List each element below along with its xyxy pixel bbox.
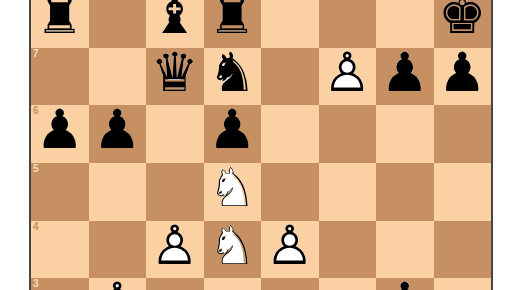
black-pawn[interactable]: ♙♟ xyxy=(31,101,89,159)
black-king[interactable]: ♔♚ xyxy=(434,0,492,44)
square-b6[interactable]: ♙♟ xyxy=(89,105,147,163)
square-g6[interactable] xyxy=(376,105,434,163)
square-b3[interactable]: ♟♙ xyxy=(89,278,147,290)
white-knight[interactable]: ♞♘ xyxy=(204,159,262,217)
piece-outline-layer: ♘ xyxy=(208,161,256,215)
piece-outline-layer: ♚ xyxy=(438,0,486,42)
square-d7[interactable]: ♘♞ xyxy=(204,48,262,106)
square-a5[interactable]: 5 xyxy=(31,163,89,221)
piece-outline-layer: ♟ xyxy=(381,46,429,100)
square-h5[interactable] xyxy=(434,163,492,221)
square-b4[interactable] xyxy=(89,221,147,279)
square-b7[interactable] xyxy=(89,48,147,106)
square-f5[interactable] xyxy=(319,163,377,221)
rank-label-7: 7 xyxy=(33,49,39,59)
square-g7[interactable]: ♙♟ xyxy=(376,48,434,106)
square-d4[interactable]: ♞♘ xyxy=(204,221,262,279)
square-c3[interactable] xyxy=(146,278,204,290)
piece-outline-layer: ♟ xyxy=(381,276,429,290)
black-pawn[interactable]: ♙♟ xyxy=(89,101,147,159)
square-g3[interactable]: ♙♟ xyxy=(376,278,434,290)
piece-outline-layer: ♛ xyxy=(151,46,199,100)
black-knight[interactable]: ♘♞ xyxy=(204,44,262,102)
piece-outline-layer: ♝ xyxy=(151,0,199,42)
square-h4[interactable] xyxy=(434,221,492,279)
square-b5[interactable] xyxy=(89,163,147,221)
black-rook[interactable]: ♖♜ xyxy=(204,0,262,44)
piece-outline-layer: ♟ xyxy=(36,103,84,157)
square-a7[interactable]: 7 xyxy=(31,48,89,106)
white-pawn[interactable]: ♟♙ xyxy=(319,44,377,102)
square-a4[interactable]: 4 xyxy=(31,221,89,279)
square-c6[interactable] xyxy=(146,105,204,163)
piece-outline-layer: ♜ xyxy=(208,0,256,42)
square-g4[interactable] xyxy=(376,221,434,279)
square-c4[interactable]: ♟♙ xyxy=(146,221,204,279)
chess-board: 8♖♜♗♝♖♜♔♚7♕♛♘♞♟♙♙♟♙♟6♙♟♙♟♙♟5♞♘4♟♙♞♘♟♙3♟♙… xyxy=(29,0,493,290)
square-c7[interactable]: ♕♛ xyxy=(146,48,204,106)
piece-outline-layer: ♞ xyxy=(208,46,256,100)
black-pawn[interactable]: ♙♟ xyxy=(376,44,434,102)
rank-label-3: 3 xyxy=(33,279,39,289)
piece-outline-layer: ♙ xyxy=(266,219,314,273)
square-g5[interactable] xyxy=(376,163,434,221)
piece-outline-layer: ♘ xyxy=(208,219,256,273)
black-pawn[interactable]: ♙♟ xyxy=(376,274,434,290)
white-pawn[interactable]: ♟♙ xyxy=(89,274,147,290)
square-h3[interactable] xyxy=(434,278,492,290)
square-d3[interactable] xyxy=(204,278,262,290)
piece-outline-layer: ♜ xyxy=(36,0,84,42)
black-queen[interactable]: ♕♛ xyxy=(146,44,204,102)
square-a8[interactable]: 8♖♜ xyxy=(31,0,89,48)
square-f3[interactable] xyxy=(319,278,377,290)
square-d5[interactable]: ♞♘ xyxy=(204,163,262,221)
square-f7[interactable]: ♟♙ xyxy=(319,48,377,106)
square-e7[interactable] xyxy=(261,48,319,106)
piece-outline-layer: ♟ xyxy=(93,103,141,157)
piece-outline-layer: ♙ xyxy=(151,219,199,273)
rank-label-4: 4 xyxy=(33,222,39,232)
square-b8[interactable] xyxy=(89,0,147,48)
square-e8[interactable] xyxy=(261,0,319,48)
square-a3[interactable]: 3 xyxy=(31,278,89,290)
piece-outline-layer: ♟ xyxy=(208,103,256,157)
square-h6[interactable] xyxy=(434,105,492,163)
square-f6[interactable] xyxy=(319,105,377,163)
square-e3[interactable] xyxy=(261,278,319,290)
rank-label-5: 5 xyxy=(33,164,39,174)
white-pawn[interactable]: ♟♙ xyxy=(146,217,204,275)
square-f4[interactable] xyxy=(319,221,377,279)
white-pawn[interactable]: ♟♙ xyxy=(261,217,319,275)
black-pawn[interactable]: ♙♟ xyxy=(434,44,492,102)
board-area: 8♖♜♗♝♖♜♔♚7♕♛♘♞♟♙♙♟♙♟6♙♟♙♟♙♟5♞♘4♟♙♞♘♟♙3♟♙… xyxy=(0,0,516,290)
square-e4[interactable]: ♟♙ xyxy=(261,221,319,279)
piece-outline-layer: ♟ xyxy=(438,46,486,100)
square-d6[interactable]: ♙♟ xyxy=(204,105,262,163)
piece-outline-layer: ♙ xyxy=(323,46,371,100)
square-a6[interactable]: 6♙♟ xyxy=(31,105,89,163)
square-c5[interactable] xyxy=(146,163,204,221)
square-e5[interactable] xyxy=(261,163,319,221)
piece-outline-layer: ♙ xyxy=(93,276,141,290)
square-e6[interactable] xyxy=(261,105,319,163)
square-h7[interactable]: ♙♟ xyxy=(434,48,492,106)
black-pawn[interactable]: ♙♟ xyxy=(204,101,262,159)
black-bishop[interactable]: ♗♝ xyxy=(146,0,204,44)
white-knight[interactable]: ♞♘ xyxy=(204,217,262,275)
black-rook[interactable]: ♖♜ xyxy=(31,0,89,44)
